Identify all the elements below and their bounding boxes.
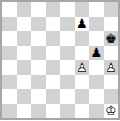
square-e4[interactable] xyxy=(60,60,75,75)
square-d3[interactable] xyxy=(46,75,61,90)
square-c7[interactable] xyxy=(31,17,46,32)
square-f3[interactable] xyxy=(75,75,90,90)
square-f4[interactable]: ♟♙ xyxy=(75,60,90,75)
square-b4[interactable] xyxy=(17,60,32,75)
square-e5[interactable] xyxy=(60,46,75,61)
square-e7[interactable] xyxy=(60,17,75,32)
square-h7[interactable] xyxy=(104,17,119,32)
square-d7[interactable] xyxy=(46,17,61,32)
white-king-icon[interactable]: ♔ xyxy=(104,104,119,119)
square-a8[interactable] xyxy=(2,2,17,17)
square-d8[interactable] xyxy=(46,2,61,17)
square-f8[interactable] xyxy=(75,2,90,17)
square-c1[interactable] xyxy=(31,104,46,119)
square-d4[interactable] xyxy=(46,60,61,75)
square-b7[interactable] xyxy=(17,17,32,32)
square-f5[interactable] xyxy=(75,46,90,61)
square-f7[interactable]: ♟ xyxy=(75,17,90,32)
square-e1[interactable] xyxy=(60,104,75,119)
square-c2[interactable] xyxy=(31,89,46,104)
square-e8[interactable] xyxy=(60,2,75,17)
white-pawn-icon[interactable]: ♙ xyxy=(75,60,90,75)
square-b6[interactable] xyxy=(17,31,32,46)
square-h2[interactable] xyxy=(104,89,119,104)
square-h3[interactable] xyxy=(104,75,119,90)
square-g7[interactable] xyxy=(89,17,104,32)
square-b3[interactable] xyxy=(17,75,32,90)
square-d2[interactable] xyxy=(46,89,61,104)
square-f2[interactable] xyxy=(75,89,90,104)
black-pawn-icon[interactable]: ♟ xyxy=(89,46,104,61)
square-d1[interactable] xyxy=(46,104,61,119)
square-h1[interactable]: ♚♔ xyxy=(104,104,119,119)
white-pawn-fill: ♟ xyxy=(75,60,90,75)
square-e3[interactable] xyxy=(60,75,75,90)
square-g8[interactable] xyxy=(89,2,104,17)
square-a3[interactable] xyxy=(2,75,17,90)
square-h5[interactable] xyxy=(104,46,119,61)
square-c5[interactable] xyxy=(31,46,46,61)
chess-board: ♟♚♟♟♙♟♙♚♔ xyxy=(0,0,120,120)
square-a4[interactable] xyxy=(2,60,17,75)
square-h4[interactable]: ♟♙ xyxy=(104,60,119,75)
square-g3[interactable] xyxy=(89,75,104,90)
square-c8[interactable] xyxy=(31,2,46,17)
white-king-fill: ♚ xyxy=(104,104,119,119)
square-a6[interactable] xyxy=(2,31,17,46)
square-h6[interactable]: ♚ xyxy=(104,31,119,46)
square-a5[interactable] xyxy=(2,46,17,61)
square-c3[interactable] xyxy=(31,75,46,90)
square-b8[interactable] xyxy=(17,2,32,17)
square-h8[interactable] xyxy=(104,2,119,17)
square-f1[interactable] xyxy=(75,104,90,119)
square-c6[interactable] xyxy=(31,31,46,46)
square-g1[interactable] xyxy=(89,104,104,119)
square-b5[interactable] xyxy=(17,46,32,61)
square-b2[interactable] xyxy=(17,89,32,104)
square-e6[interactable] xyxy=(60,31,75,46)
black-pawn-icon[interactable]: ♟ xyxy=(75,17,90,32)
square-d5[interactable] xyxy=(46,46,61,61)
square-g6[interactable] xyxy=(89,31,104,46)
white-pawn-icon[interactable]: ♙ xyxy=(104,60,119,75)
square-g4[interactable] xyxy=(89,60,104,75)
square-e2[interactable] xyxy=(60,89,75,104)
square-a7[interactable] xyxy=(2,17,17,32)
square-b1[interactable] xyxy=(17,104,32,119)
black-king-icon[interactable]: ♚ xyxy=(104,31,119,46)
square-a2[interactable] xyxy=(2,89,17,104)
square-c4[interactable] xyxy=(31,60,46,75)
white-pawn-fill: ♟ xyxy=(104,60,119,75)
square-a1[interactable] xyxy=(2,104,17,119)
square-g5[interactable]: ♟ xyxy=(89,46,104,61)
square-f6[interactable] xyxy=(75,31,90,46)
square-d6[interactable] xyxy=(46,31,61,46)
square-g2[interactable] xyxy=(89,89,104,104)
